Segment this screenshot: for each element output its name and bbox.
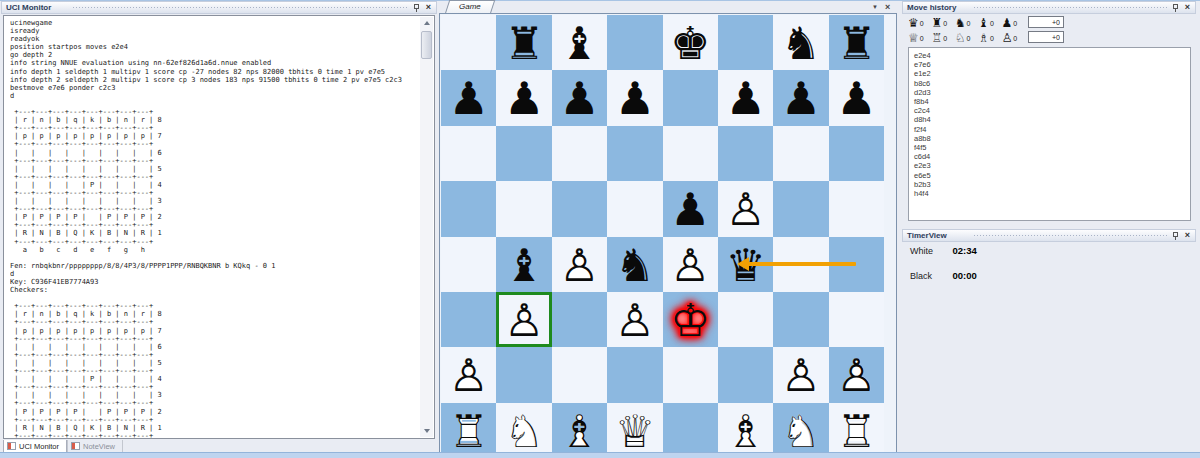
square-f3[interactable] [718,292,773,347]
titlebar-grip [973,234,1167,238]
square-a3[interactable] [441,292,496,347]
console-line: +---+---+---+---+---+---+---+---+ [10,124,418,132]
black-pawn-icon: ♟ [1002,17,1013,30]
console-line: position startpos moves e2e4 [10,43,418,51]
timer-view-panel: TimerView × White 02:34 Black 00:00 [902,229,1196,455]
console-line: +---+---+---+---+---+---+---+---+ [10,351,418,359]
white-pawn-piece-outline: ♙ [663,237,718,292]
move-entry[interactable]: e1e2 [914,69,1185,78]
console-line: info depth 2 seldepth 2 multipv 1 score … [10,76,418,84]
console-line: info string NNUE evaluation using nn-62e… [10,59,418,67]
square-c7[interactable]: ♟ [552,70,607,125]
black-rook-piece: ♜ [496,15,551,70]
black-pawn-captured-counter: ♟0 [1002,17,1025,30]
console-line: +---+---+---+---+---+---+---+---+ [10,108,418,116]
black-knight-icon: ♞ [955,17,966,30]
console-line [10,100,418,108]
square-e2[interactable] [663,347,718,402]
square-b8[interactable]: ♜ [496,15,551,70]
tab-game[interactable]: Game [447,0,493,14]
console-line: ucinewgame [10,19,418,27]
titlebar-grip [973,6,1167,10]
window-icon [7,442,16,450]
white-knight-icon: ♘ [955,32,966,45]
tab-uci-monitor-label: UCI Monitor [19,442,59,451]
move-entry[interactable]: a8b8 [914,134,1185,143]
square-g2[interactable]: ♟♙ [773,347,828,402]
white-score-input[interactable] [1028,31,1064,43]
square-g6[interactable] [773,126,828,181]
black-rook-piece: ♜ [829,15,884,70]
captured-count: 0 [1013,20,1017,27]
move-entry[interactable]: e6e5 [914,171,1185,180]
console-line: Checkers: [10,286,418,294]
console-line: +---+---+---+---+---+---+---+---+ [10,189,418,197]
white-rook-captured-counter: ♖0 [931,32,954,45]
move-entry[interactable]: b2b3 [914,180,1185,189]
console-line: | P | P | P | P | | P | P | P | 2 [10,213,418,221]
white-queen-captured-counter: ♕0 [908,32,931,45]
uci-monitor-panel: UCI Monitor × ucinewgameisreadyreadyokpo… [1,1,437,453]
square-g1[interactable]: ♞♘ [773,403,828,458]
square-b7[interactable]: ♟ [496,70,551,125]
console-line: | r | n | b | q | k | b | n | r | 8 [10,116,418,124]
captured-row-white: ♕0♖0♘0♗0♙0 [908,31,1025,45]
move-entry[interactable]: c6d4 [914,152,1185,161]
black-bishop-icon: ♝ [978,17,989,30]
white-clock-time: 02:34 [953,245,977,256]
console-line: d [10,92,418,100]
black-score-input[interactable] [1028,16,1064,28]
square-d3[interactable]: ♟♙ [607,292,662,347]
white-clock-label: White [910,246,950,256]
square-g7[interactable]: ♟ [773,70,828,125]
white-king-piece-outline: ♔ [663,292,718,347]
square-g3[interactable] [773,292,828,347]
white-queen-piece-outline: ♕ [607,403,662,458]
console-line: Fen: rnbqkbnr/pppppppp/8/8/4P3/8/PPPP1PP… [10,262,418,270]
console-line: readyok [10,35,418,43]
move-entry[interactable]: f4f5 [914,143,1185,152]
square-a1[interactable]: ♜♖ [441,403,496,458]
console-line: +---+---+---+---+---+---+---+---+ [10,221,418,229]
square-b3[interactable]: ♟♙ [496,292,551,347]
white-rook-piece-outline: ♖ [441,403,496,458]
black-rook-icon: ♜ [931,17,942,30]
console-line: +---+---+---+---+---+---+---+---+ [10,205,418,213]
console-line: | | | | | | | | | 5 [10,359,418,367]
white-pawn-piece-outline: ♙ [552,237,607,292]
white-clock-row: White 02:34 [910,245,977,256]
black-pawn-piece: ♟ [552,70,607,125]
white-rook-piece-outline: ♖ [829,403,884,458]
white-pawn-piece-outline: ♙ [496,292,551,347]
move-entry[interactable]: f2f4 [914,125,1185,134]
move-entry[interactable]: c2c4 [914,106,1185,115]
square-h7[interactable]: ♟ [829,70,884,125]
square-f8[interactable] [718,15,773,70]
console-line: +---+---+---+---+---+---+---+---+ [10,157,418,165]
square-d5[interactable] [607,181,662,236]
square-c4[interactable]: ♟♙ [552,237,607,292]
white-queen-icon: ♕ [908,32,919,45]
square-e8[interactable]: ♚ [663,15,718,70]
square-e6[interactable] [663,126,718,181]
move-entry[interactable]: e2e4 [914,51,1185,60]
square-f2[interactable] [718,347,773,402]
square-d8[interactable] [607,15,662,70]
console-line: +---+---+---+---+---+---+---+---+ [10,238,418,246]
game-document-area: ♜♝♚♞♜♟♟♟♟♟♟♟♟♟♙♝♟♙♞♟♙♛♟♙♟♙♚♔♟♙♟♙♟♙♜♖♞♘♝♗… [439,13,897,457]
console-line: | p | p | p | p | p | p | p | p | 7 [10,327,418,335]
square-g5[interactable] [773,181,828,236]
square-a7[interactable]: ♟ [441,70,496,125]
square-c2[interactable] [552,347,607,402]
black-clock-label: Black [910,271,950,281]
white-pawn-piece-outline: ♙ [773,347,828,402]
console-line: info depth 1 seldepth 1 multipv 1 score … [10,68,418,76]
close-icon[interactable]: × [423,2,434,13]
square-b2[interactable] [496,347,551,402]
move-entry[interactable]: b8c6 [914,79,1185,88]
square-a2[interactable]: ♟♙ [441,347,496,402]
white-bishop-piece-outline: ♗ [552,403,607,458]
square-h4[interactable] [829,237,884,292]
square-g8[interactable]: ♞ [773,15,828,70]
white-pawn-piece-outline: ♙ [829,347,884,402]
console-line: +---+---+---+---+---+---+---+---+ [10,302,418,310]
black-rook-captured-counter: ♜0 [931,17,954,30]
square-a8[interactable] [441,15,496,70]
black-clock-row: Black 00:00 [910,270,977,281]
square-c5[interactable] [552,181,607,236]
console-line: a b c d e f g h [10,246,418,254]
captured-count: 0 [920,35,924,42]
console-line: | r | n | b | q | k | b | n | r | 8 [10,310,418,318]
black-queen-captured-counter: ♛0 [908,17,931,30]
white-pawn-icon: ♙ [1002,32,1013,45]
console-line: bestmove e7e6 ponder c2c3 [10,84,418,92]
console-line: isready [10,27,418,35]
captured-count: 0 [990,20,994,27]
square-a6[interactable] [441,126,496,181]
black-pawn-piece: ♟ [663,181,718,236]
square-d7[interactable]: ♟ [607,70,662,125]
square-f5[interactable]: ♟♙ [718,181,773,236]
black-knight-piece: ♞ [773,15,828,70]
scroll-up-icon[interactable] [420,17,433,30]
black-clock-time: 00:00 [953,270,977,281]
black-pawn-piece: ♟ [496,70,551,125]
white-rook-icon: ♖ [931,32,942,45]
black-knight-captured-counter: ♞0 [955,17,978,30]
move-history-title: Move history [907,3,956,12]
console-line: go depth 2 [10,51,418,59]
window-icon [71,442,80,450]
square-h8[interactable]: ♜ [829,15,884,70]
move-list[interactable]: e2e4e7e6e1e2b8c6d2d3f8b4c2c4d8h4f2f4a8b8… [908,47,1191,221]
black-pawn-piece: ♟ [441,70,496,125]
console-line: Key: C936F41EB7774A93 [10,278,418,286]
close-icon[interactable]: × [885,3,890,11]
console-line: | | | | | | | | | 3 [10,197,418,205]
console-line: | | | | | | | | | 3 [10,391,418,399]
scroll-down-icon[interactable] [420,424,433,437]
uci-monitor-titlebar[interactable]: UCI Monitor × [1,1,437,14]
white-pawn-piece-outline: ♙ [441,347,496,402]
square-g4[interactable] [773,237,828,292]
move-entry[interactable]: e7e6 [914,60,1185,69]
console-line: +---+---+---+---+---+---+---+---+ [10,383,418,391]
white-knight-piece-outline: ♘ [496,403,551,458]
square-a5[interactable] [441,181,496,236]
white-pawn-piece-outline: ♙ [718,181,773,236]
black-pawn-piece: ♟ [829,70,884,125]
square-h1[interactable]: ♜♖ [829,403,884,458]
uci-console[interactable]: ucinewgameisreadyreadyokposition startpo… [3,15,435,439]
console-line: | p | p | p | p | p | p | p | p | 7 [10,132,418,140]
square-d4[interactable]: ♞ [607,237,662,292]
black-knight-piece: ♞ [607,237,662,292]
timer-view-titlebar[interactable]: TimerView × [902,229,1196,242]
captured-count: 0 [1013,35,1017,42]
square-e7[interactable] [663,70,718,125]
move-entry[interactable]: d2d3 [914,88,1185,97]
black-pawn-piece: ♟ [607,70,662,125]
black-pawn-piece: ♟ [773,70,828,125]
black-queen-icon: ♛ [908,17,919,30]
square-b5[interactable] [496,181,551,236]
move-entry[interactable]: d8h4 [914,115,1185,124]
console-line: +---+---+---+---+---+---+---+---+ [10,318,418,326]
console-line: d [10,270,418,278]
captured-count: 0 [967,35,971,42]
console-line [10,254,418,262]
console-line: +---+---+---+---+---+---+---+---+ [10,335,418,343]
status-bar [0,452,1200,458]
black-bishop-captured-counter: ♝0 [978,17,1001,30]
console-line: | P | P | P | P | | P | P | P | 2 [10,408,418,416]
square-f1[interactable]: ♝♗ [718,403,773,458]
black-king-piece: ♚ [663,15,718,70]
pin-icon[interactable] [411,3,422,14]
console-line: +---+---+---+---+---+---+---+---+ [10,432,418,438]
scroll-thumb[interactable] [421,31,432,59]
white-pawn-piece-outline: ♙ [607,292,662,347]
square-b6[interactable] [496,126,551,181]
square-c8[interactable]: ♝ [552,15,607,70]
move-entry[interactable]: e2e3 [914,161,1185,170]
square-b4[interactable]: ♝ [496,237,551,292]
square-c1[interactable]: ♝♗ [552,403,607,458]
tab-noteview-label: NoteView [83,442,115,451]
square-a4[interactable] [441,237,496,292]
white-bishop-icon: ♗ [978,32,989,45]
console-line: | R | N | B | Q | K | B | N | R | 1 [10,424,418,432]
console-line: +---+---+---+---+---+---+---+---+ [10,367,418,375]
move-history-titlebar[interactable]: Move history × [902,1,1196,14]
black-pawn-piece: ♟ [718,70,773,125]
console-line: | R | N | B | Q | K | B | N | R | 1 [10,229,418,237]
tab-game-label: Game [459,2,481,11]
square-h3[interactable] [829,292,884,347]
captured-count: 0 [943,20,947,27]
timer-view-title: TimerView [907,231,947,240]
white-pawn-captured-counter: ♙0 [1002,32,1025,45]
console-line: | | | | | | | | | 6 [10,149,418,157]
black-bishop-piece: ♝ [496,237,551,292]
console-line: | | | | | P | | | | 4 [10,181,418,189]
captured-count: 0 [943,35,947,42]
square-c6[interactable] [552,126,607,181]
console-line: | | | | | | | | | 6 [10,343,418,351]
square-e1[interactable] [663,403,718,458]
console-line: | | | | | | | | | 5 [10,165,418,173]
uci-console-lines: ucinewgameisreadyreadyokposition startpo… [10,19,418,438]
console-line: +---+---+---+---+---+---+---+---+ [10,399,418,407]
console-line: +---+---+---+---+---+---+---+---+ [10,173,418,181]
captured-row-black: ♛0♜0♞0♝0♟0 [908,16,1025,30]
square-e5[interactable]: ♟ [663,181,718,236]
white-bishop-captured-counter: ♗0 [978,32,1001,45]
square-h6[interactable] [829,126,884,181]
square-f6[interactable] [718,126,773,181]
close-icon[interactable]: × [1182,2,1193,13]
white-bishop-piece-outline: ♗ [718,403,773,458]
captured-count: 0 [967,20,971,27]
captured-count: 0 [920,20,924,27]
uci-monitor-title: UCI Monitor [6,3,51,12]
titlebar-grip [72,6,408,10]
pin-icon[interactable] [1170,231,1181,242]
chevron-down-icon[interactable]: ▼ [872,3,878,11]
black-bishop-piece: ♝ [552,15,607,70]
console-line [10,294,418,302]
white-knight-piece-outline: ♘ [773,403,828,458]
square-h2[interactable]: ♟♙ [829,347,884,402]
square-d1[interactable]: ♛♕ [607,403,662,458]
square-h5[interactable] [829,181,884,236]
console-line: +---+---+---+---+---+---+---+---+ [10,416,418,424]
square-e4[interactable]: ♟♙ [663,237,718,292]
console-scrollbar[interactable] [420,17,433,437]
square-b1[interactable]: ♞♘ [496,403,551,458]
move-entry[interactable]: h4f4 [914,189,1185,198]
console-line: | | | | | P | | | | 4 [10,375,418,383]
move-entry[interactable]: f8b4 [914,97,1185,106]
console-line: +---+---+---+---+---+---+---+---+ [10,140,418,148]
document-controls: ▼ × [872,3,890,11]
black-queen-piece: ♛ [718,237,773,292]
pin-icon[interactable] [1170,3,1181,14]
captured-count: 0 [990,35,994,42]
close-icon[interactable]: × [1182,230,1193,241]
move-history-panel: Move history × ♛0♜0♞0♝0♟0 ♕0♖0♘0♗0♙0 e2e… [902,1,1196,228]
square-d6[interactable] [607,126,662,181]
square-f4[interactable]: ♛ [718,237,773,292]
square-f7[interactable]: ♟ [718,70,773,125]
square-d2[interactable] [607,347,662,402]
chess-board: ♜♝♚♞♜♟♟♟♟♟♟♟♟♟♙♝♟♙♞♟♙♛♟♙♟♙♚♔♟♙♟♙♟♙♜♖♞♘♝♗… [441,15,884,458]
square-e3[interactable]: ♚♔ [663,292,718,347]
white-knight-captured-counter: ♘0 [955,32,978,45]
square-c3[interactable] [552,292,607,347]
